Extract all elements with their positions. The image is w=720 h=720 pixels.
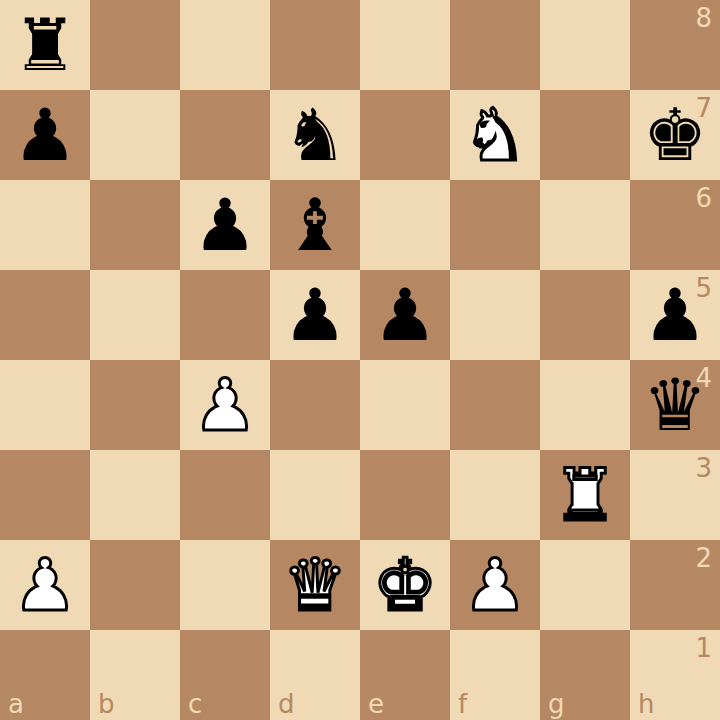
square-h1[interactable]: 1h	[630, 630, 720, 720]
square-a5[interactable]	[0, 270, 90, 360]
square-b8[interactable]	[90, 0, 180, 90]
square-g2[interactable]	[540, 540, 630, 630]
rank-label-3: 3	[695, 455, 712, 481]
square-h7[interactable]: 7♚	[630, 90, 720, 180]
square-d6[interactable]: ♝	[270, 180, 360, 270]
square-c1[interactable]: c	[180, 630, 270, 720]
file-label-f: f	[458, 691, 467, 717]
square-e8[interactable]	[360, 0, 450, 90]
square-e4[interactable]	[360, 360, 450, 450]
square-g7[interactable]	[540, 90, 630, 180]
rank-label-8: 8	[695, 5, 712, 31]
square-d5[interactable]: ♟	[270, 270, 360, 360]
square-a8[interactable]: ♜	[0, 0, 90, 90]
square-d4[interactable]	[270, 360, 360, 450]
square-e2[interactable]: ♚	[360, 540, 450, 630]
piece-white-queen[interactable]: ♛	[283, 540, 348, 630]
square-c6[interactable]: ♟	[180, 180, 270, 270]
file-label-c: c	[188, 691, 202, 717]
square-h6[interactable]: 6	[630, 180, 720, 270]
piece-white-king[interactable]: ♚	[373, 540, 438, 630]
square-a3[interactable]	[0, 450, 90, 540]
file-label-g: g	[548, 691, 565, 717]
file-label-h: h	[638, 691, 654, 717]
square-e3[interactable]	[360, 450, 450, 540]
piece-black-pawn[interactable]: ♟	[193, 180, 258, 270]
square-a6[interactable]	[0, 180, 90, 270]
square-f4[interactable]	[450, 360, 540, 450]
square-a2[interactable]: ♟	[0, 540, 90, 630]
square-b3[interactable]	[90, 450, 180, 540]
square-e1[interactable]: e	[360, 630, 450, 720]
square-g6[interactable]	[540, 180, 630, 270]
piece-black-pawn[interactable]: ♟	[373, 270, 438, 360]
piece-white-knight[interactable]: ♞	[463, 90, 528, 180]
square-f8[interactable]	[450, 0, 540, 90]
square-b7[interactable]	[90, 90, 180, 180]
square-f6[interactable]	[450, 180, 540, 270]
square-c2[interactable]	[180, 540, 270, 630]
piece-black-bishop[interactable]: ♝	[283, 180, 348, 270]
square-h4[interactable]: 4♛	[630, 360, 720, 450]
square-d8[interactable]	[270, 0, 360, 90]
rank-label-6: 6	[695, 185, 712, 211]
square-d2[interactable]: ♛	[270, 540, 360, 630]
square-d1[interactable]: d	[270, 630, 360, 720]
square-e7[interactable]	[360, 90, 450, 180]
piece-black-knight[interactable]: ♞	[283, 90, 348, 180]
square-c7[interactable]	[180, 90, 270, 180]
file-label-e: e	[368, 691, 384, 717]
file-label-b: b	[98, 691, 115, 717]
square-h3[interactable]: 3	[630, 450, 720, 540]
piece-white-pawn[interactable]: ♟	[13, 540, 78, 630]
piece-black-pawn[interactable]: ♟	[643, 270, 708, 360]
square-f7[interactable]: ♞	[450, 90, 540, 180]
square-h2[interactable]: 2	[630, 540, 720, 630]
square-a7[interactable]: ♟	[0, 90, 90, 180]
square-b1[interactable]: b	[90, 630, 180, 720]
square-c3[interactable]	[180, 450, 270, 540]
square-c4[interactable]: ♟	[180, 360, 270, 450]
square-g4[interactable]	[540, 360, 630, 450]
square-h8[interactable]: 8	[630, 0, 720, 90]
square-f5[interactable]	[450, 270, 540, 360]
square-g1[interactable]: g	[540, 630, 630, 720]
square-c8[interactable]	[180, 0, 270, 90]
square-f2[interactable]: ♟	[450, 540, 540, 630]
square-b2[interactable]	[90, 540, 180, 630]
square-h5[interactable]: 5♟	[630, 270, 720, 360]
square-g3[interactable]: ♜	[540, 450, 630, 540]
piece-black-king[interactable]: ♚	[643, 90, 708, 180]
piece-black-pawn[interactable]: ♟	[283, 270, 348, 360]
square-e6[interactable]	[360, 180, 450, 270]
square-e5[interactable]: ♟	[360, 270, 450, 360]
piece-black-pawn[interactable]: ♟	[13, 90, 78, 180]
square-b6[interactable]	[90, 180, 180, 270]
file-label-d: d	[278, 691, 295, 717]
square-b5[interactable]	[90, 270, 180, 360]
square-b4[interactable]	[90, 360, 180, 450]
piece-black-queen[interactable]: ♛	[643, 360, 708, 450]
square-g8[interactable]	[540, 0, 630, 90]
rank-label-2: 2	[695, 545, 712, 571]
piece-white-pawn[interactable]: ♟	[463, 540, 528, 630]
chess-board: ♜8♟♞♞7♚♟♝6♟♟5♟♟4♛♜3♟♛♚♟2abcdefg1h	[0, 0, 720, 720]
square-d3[interactable]	[270, 450, 360, 540]
piece-white-pawn[interactable]: ♟	[193, 360, 258, 450]
piece-white-rook[interactable]: ♜	[553, 450, 618, 540]
square-c5[interactable]	[180, 270, 270, 360]
square-f3[interactable]	[450, 450, 540, 540]
square-g5[interactable]	[540, 270, 630, 360]
square-f1[interactable]: f	[450, 630, 540, 720]
piece-black-rook[interactable]: ♜	[13, 0, 78, 90]
rank-label-1: 1	[695, 635, 712, 661]
square-d7[interactable]: ♞	[270, 90, 360, 180]
square-a4[interactable]	[0, 360, 90, 450]
file-label-a: a	[8, 691, 24, 717]
square-a1[interactable]: a	[0, 630, 90, 720]
